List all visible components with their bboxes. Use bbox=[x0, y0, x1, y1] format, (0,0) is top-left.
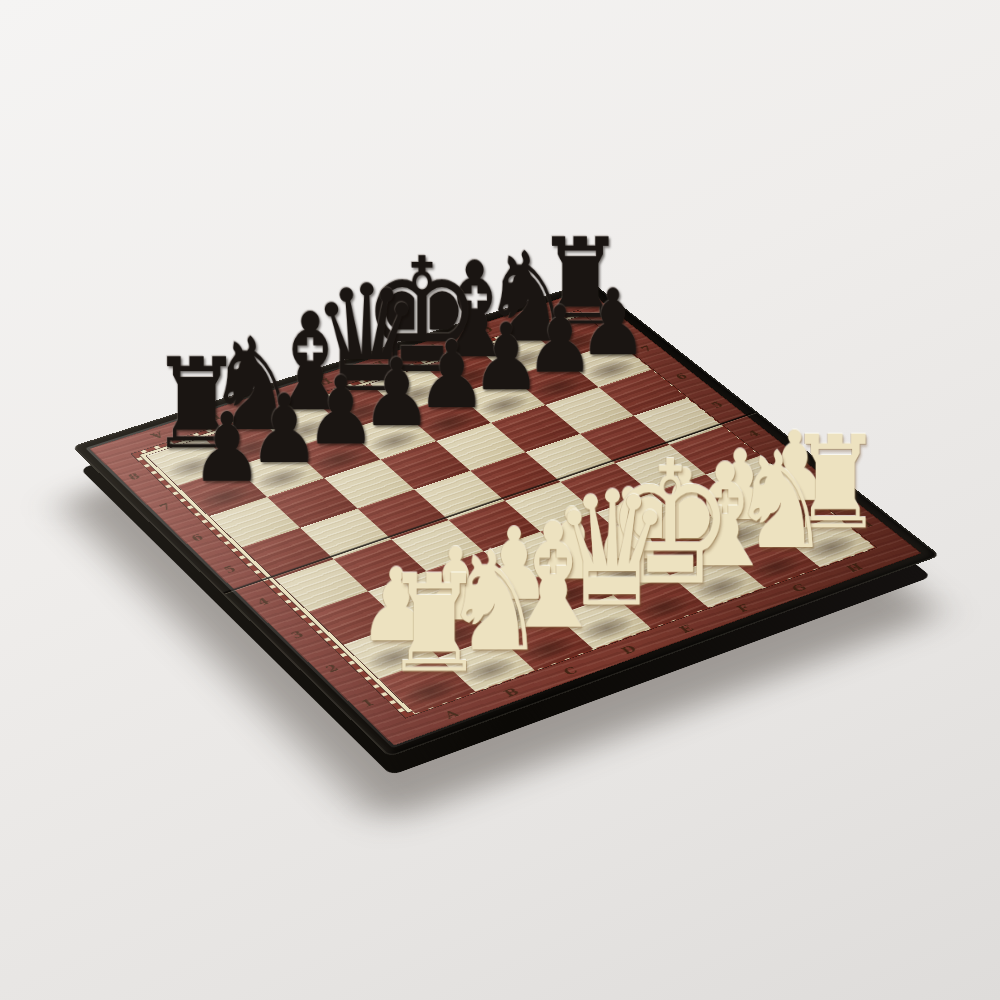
chess-board-3d: ♜♞♝♛♚♝♞♜♟♟♟♟♟♟♟♟♟♟♟♟♟♟♟♟♜♞♝♛♚♝♞♜ AA88BB7… bbox=[72, 281, 940, 757]
white-rook: ♜ bbox=[384, 558, 485, 692]
square-a7: ♟ bbox=[178, 467, 268, 516]
rank-label-left-2: 2 bbox=[314, 656, 350, 680]
file-label-near-b: B bbox=[490, 682, 533, 703]
rank-label-left-5: 5 bbox=[213, 558, 247, 581]
file-label-near-h: H bbox=[834, 558, 875, 578]
photo-backdrop: ♜♞♝♛♚♝♞♜♟♟♟♟♟♟♟♟♟♟♟♟♟♟♟♟♜♞♝♛♚♝♞♜ AA88BB7… bbox=[0, 0, 1000, 1000]
file-label-near-c: C bbox=[549, 661, 591, 682]
file-label-near-a: A bbox=[430, 704, 473, 726]
file-label-near-g: G bbox=[779, 578, 820, 598]
rank-label-left-7: 7 bbox=[149, 496, 182, 518]
board-frame: ♜♞♝♛♚♝♞♜♟♟♟♟♟♟♟♟♟♟♟♟♟♟♟♟♜♞♝♛♚♝♞♜ AA88BB7… bbox=[72, 281, 940, 757]
rank-label-left-3: 3 bbox=[280, 623, 315, 647]
square-e6 bbox=[436, 423, 525, 471]
file-label-near-d: D bbox=[608, 640, 650, 661]
board-border-wood: ♜♞♝♛♚♝♞♜♟♟♟♟♟♟♟♟♟♟♟♟♟♟♟♟♜♞♝♛♚♝♞♜ AA88BB7… bbox=[89, 290, 922, 746]
rank-label-left-1: 1 bbox=[350, 691, 386, 716]
square-a1: ♜ bbox=[379, 658, 475, 714]
rank-label-left-4: 4 bbox=[246, 590, 281, 613]
rank-label-left-8: 8 bbox=[118, 466, 151, 487]
rank-label-left-6: 6 bbox=[181, 527, 215, 549]
